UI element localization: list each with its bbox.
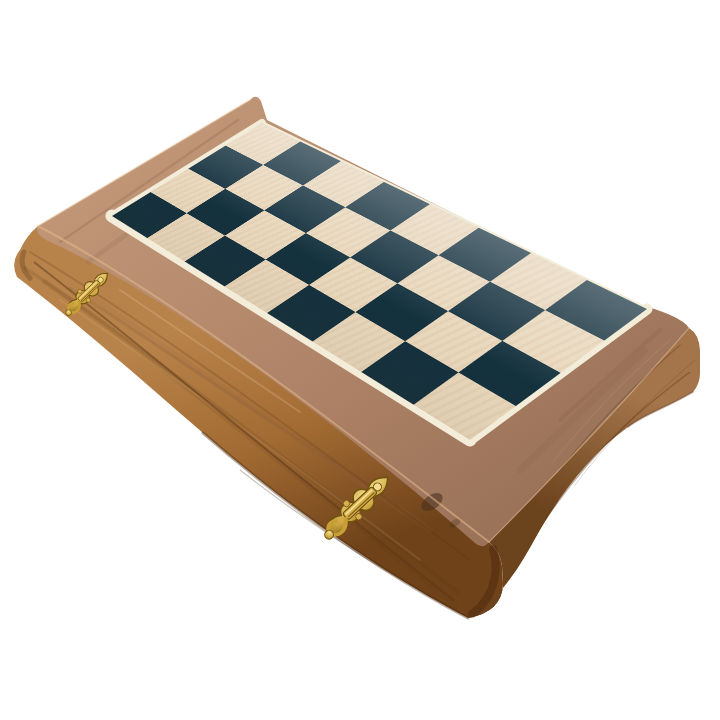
product-photo [0, 0, 720, 720]
